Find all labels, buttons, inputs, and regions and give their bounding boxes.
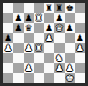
square-d3[interactable] [34,53,44,63]
square-h4[interactable]: ♟ [75,43,85,53]
square-c1[interactable] [24,73,34,83]
square-h8[interactable] [75,3,85,13]
square-a2[interactable] [3,63,13,73]
square-e2[interactable] [44,63,54,73]
square-c6[interactable]: ♛ [24,23,34,33]
square-a3[interactable] [3,53,13,63]
square-h6[interactable] [75,23,85,33]
white-pawn: ♟ [25,63,33,73]
square-f3[interactable]: ♞ [54,53,64,63]
square-h2[interactable] [75,63,85,73]
square-e6[interactable]: ♟ [44,23,54,33]
square-c5[interactable] [24,33,34,43]
square-a5[interactable]: ♟ [3,33,13,43]
white-knight: ♞ [55,53,63,63]
square-d4[interactable]: ♜ [34,43,44,53]
square-g4[interactable] [65,43,75,53]
square-b4[interactable] [13,43,23,53]
square-h5[interactable]: ♟ [75,33,85,43]
square-h3[interactable] [75,53,85,63]
black-pawn: ♟ [66,23,74,33]
black-pawn: ♟ [76,33,84,43]
white-queen: ♛ [55,23,63,33]
square-g8[interactable]: ♚ [65,3,75,13]
black-pawn: ♟ [25,13,33,23]
square-g3[interactable] [65,53,75,63]
square-c2[interactable]: ♟ [24,63,34,73]
black-rook: ♜ [55,3,63,13]
square-c3[interactable] [24,53,34,63]
black-pawn: ♟ [55,13,63,23]
square-c8[interactable] [24,3,34,13]
white-king: ♚ [66,73,74,83]
black-rook: ♜ [45,3,53,13]
square-d5[interactable] [34,33,44,43]
square-c7[interactable]: ♟ [24,13,34,23]
square-d7[interactable]: ♜ [34,13,44,23]
square-b6[interactable]: ♟ [13,23,23,33]
square-g5[interactable] [65,33,75,43]
square-b7[interactable]: ♟ [13,13,23,23]
white-pawn: ♟ [55,63,63,73]
square-e4[interactable] [44,43,54,53]
black-pawn: ♟ [14,23,22,33]
square-h7[interactable] [75,13,85,23]
square-b1[interactable] [13,73,23,83]
square-f5[interactable] [54,33,64,43]
square-c4[interactable]: ♟ [24,43,34,53]
square-f4[interactable] [54,43,64,53]
chess-board-frame: ♜♜♚♟♟♜♟♟♛♟♛♟♟♟♟♟♟♜♟♞♟♟♟♚ [0,0,88,86]
white-rook: ♜ [35,43,43,53]
square-e5[interactable]: ♟ [44,33,54,43]
square-g2[interactable]: ♟ [65,63,75,73]
black-pawn: ♟ [4,33,12,43]
square-e7[interactable] [44,13,54,23]
square-d2[interactable] [34,63,44,73]
square-b2[interactable] [13,63,23,73]
white-pawn: ♟ [45,33,53,43]
white-rook: ♜ [35,13,43,23]
chess-board: ♜♜♚♟♟♜♟♟♛♟♛♟♟♟♟♟♟♜♟♞♟♟♟♚ [3,3,85,83]
square-g7[interactable] [65,13,75,23]
square-f8[interactable]: ♜ [54,3,64,13]
square-f1[interactable] [54,73,64,83]
square-f6[interactable]: ♛ [54,23,64,33]
white-pawn: ♟ [4,43,12,53]
square-d1[interactable] [34,73,44,83]
black-queen: ♛ [25,23,33,33]
square-a4[interactable]: ♟ [3,43,13,53]
square-a7[interactable] [3,13,13,23]
square-d8[interactable] [34,3,44,13]
white-pawn: ♟ [76,43,84,53]
square-a1[interactable] [3,73,13,83]
square-b5[interactable] [13,33,23,43]
square-a8[interactable] [3,3,13,13]
square-g1[interactable]: ♚ [65,73,75,83]
square-f7[interactable]: ♟ [54,13,64,23]
black-pawn: ♟ [14,13,22,23]
square-d6[interactable] [34,23,44,33]
square-a6[interactable] [3,23,13,33]
square-b8[interactable] [13,3,23,13]
square-f2[interactable]: ♟ [54,63,64,73]
white-pawn: ♟ [25,43,33,53]
square-e8[interactable]: ♜ [44,3,54,13]
black-king: ♚ [66,3,74,13]
square-h1[interactable] [75,73,85,83]
square-b3[interactable] [13,53,23,63]
square-e1[interactable] [44,73,54,83]
black-pawn: ♟ [45,23,53,33]
square-g6[interactable]: ♟ [65,23,75,33]
square-e3[interactable] [44,53,54,63]
white-pawn: ♟ [66,63,74,73]
